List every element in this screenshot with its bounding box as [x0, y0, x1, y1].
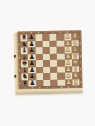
notation-mark: [80, 79, 82, 86]
photo-background: ♜♟♟♜♞♟♟♞♝♟♟♝♛♟♟♛♚♟♟♚♝♟♟♝♞♟♟♞♜♟♟♜: [0, 0, 95, 126]
hinge-icon: [13, 55, 16, 58]
square-h2: ♟: [65, 79, 72, 86]
playing-squares: ♜♟♟♜♞♟♟♞♝♟♟♝♛♟♟♛♚♟♟♚♝♟♟♝♞♟♟♞♜♟♟♜: [20, 33, 79, 86]
board-side-edge-bottom: [16, 88, 83, 93]
piece-white-pawn: ♟: [66, 79, 72, 86]
hinge-icon: [14, 75, 17, 78]
piece-black-rook: ♜: [22, 80, 28, 87]
piece-white-rook: ♜: [73, 79, 79, 86]
square-h1: ♜: [72, 79, 79, 86]
piece-black-pawn: ♟: [29, 80, 35, 87]
square-h8: ♜: [21, 80, 28, 87]
chess-board: ♜♟♟♜♞♟♟♞♝♟♟♝♛♟♟♛♚♟♟♚♝♟♟♝♞♟♟♞♜♟♟♜: [13, 30, 82, 93]
board-frame: ♜♟♟♜♞♟♟♞♝♟♟♝♛♟♟♛♚♟♟♚♝♟♟♝♞♟♟♞♜♟♟♜: [17, 30, 82, 89]
